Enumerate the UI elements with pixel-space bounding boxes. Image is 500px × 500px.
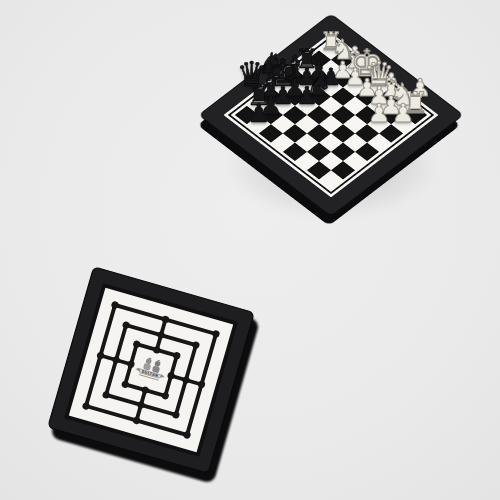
product-photo-scene: ♜♞♝♚♛♝♞♜♟♟♟♟♟♟♟♟♜♝♚♝♜♟♟♟♟♟♟♟♟♞♛♞	[0, 0, 500, 500]
chess-board	[199, 14, 462, 216]
